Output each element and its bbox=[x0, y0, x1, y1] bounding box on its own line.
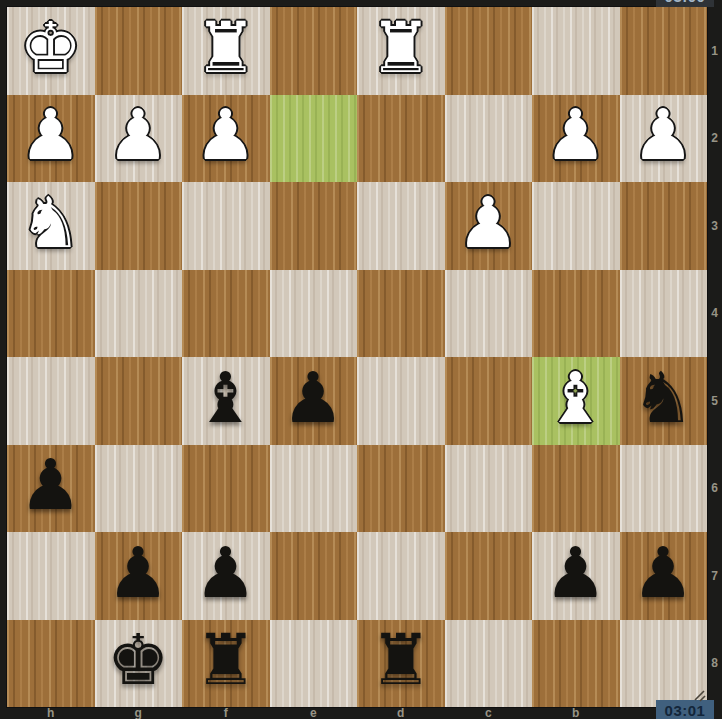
square-h6[interactable]: ♟ bbox=[7, 445, 95, 533]
square-a4[interactable] bbox=[620, 270, 708, 358]
file-label-b: b bbox=[532, 706, 620, 719]
square-g5[interactable] bbox=[95, 357, 183, 445]
square-d7[interactable] bbox=[357, 532, 445, 620]
square-b1[interactable] bbox=[532, 7, 620, 95]
square-d1[interactable]: ♜ bbox=[357, 7, 445, 95]
square-f8[interactable]: ♜ bbox=[182, 620, 270, 708]
square-a1[interactable] bbox=[620, 7, 708, 95]
square-h2[interactable]: ♟ bbox=[7, 95, 95, 183]
square-h7[interactable] bbox=[7, 532, 95, 620]
square-e1[interactable] bbox=[270, 7, 358, 95]
black-rook[interactable]: ♜ bbox=[369, 625, 432, 695]
square-b3[interactable] bbox=[532, 182, 620, 270]
white-pawn[interactable]: ♟ bbox=[194, 100, 257, 170]
black-pawn[interactable]: ♟ bbox=[194, 538, 257, 608]
file-label-c: c bbox=[445, 706, 533, 719]
square-a7[interactable]: ♟ bbox=[620, 532, 708, 620]
square-a3[interactable] bbox=[620, 182, 708, 270]
white-rook[interactable]: ♜ bbox=[194, 13, 257, 83]
square-f5[interactable]: ♝ bbox=[182, 357, 270, 445]
file-label-h: h bbox=[7, 706, 95, 719]
square-f1[interactable]: ♜ bbox=[182, 7, 270, 95]
white-rook[interactable]: ♜ bbox=[369, 13, 432, 83]
square-c2[interactable] bbox=[445, 95, 533, 183]
rank-label-3: 3 bbox=[707, 182, 722, 270]
square-g6[interactable] bbox=[95, 445, 183, 533]
square-f2[interactable]: ♟ bbox=[182, 95, 270, 183]
square-h3[interactable]: ♞ bbox=[7, 182, 95, 270]
square-h4[interactable] bbox=[7, 270, 95, 358]
square-b5[interactable]: ♝ bbox=[532, 357, 620, 445]
square-g8[interactable]: ♚ bbox=[95, 620, 183, 708]
square-b7[interactable]: ♟ bbox=[532, 532, 620, 620]
white-king[interactable]: ♚ bbox=[19, 13, 82, 83]
square-a5[interactable]: ♞ bbox=[620, 357, 708, 445]
square-e6[interactable] bbox=[270, 445, 358, 533]
square-e3[interactable] bbox=[270, 182, 358, 270]
white-knight[interactable]: ♞ bbox=[19, 188, 82, 258]
square-c6[interactable] bbox=[445, 445, 533, 533]
square-h8[interactable] bbox=[7, 620, 95, 708]
square-b6[interactable] bbox=[532, 445, 620, 533]
square-c4[interactable] bbox=[445, 270, 533, 358]
square-a2[interactable]: ♟ bbox=[620, 95, 708, 183]
white-bishop[interactable]: ♝ bbox=[544, 363, 607, 433]
file-label-d: d bbox=[357, 706, 445, 719]
rank-label-4: 4 bbox=[707, 270, 722, 358]
file-label-e: e bbox=[270, 706, 358, 719]
black-rook[interactable]: ♜ bbox=[194, 625, 257, 695]
square-f7[interactable]: ♟ bbox=[182, 532, 270, 620]
square-e8[interactable] bbox=[270, 620, 358, 708]
square-b2[interactable]: ♟ bbox=[532, 95, 620, 183]
white-pawn[interactable]: ♟ bbox=[19, 100, 82, 170]
black-pawn[interactable]: ♟ bbox=[107, 538, 170, 608]
square-c8[interactable] bbox=[445, 620, 533, 708]
square-e7[interactable] bbox=[270, 532, 358, 620]
black-pawn[interactable]: ♟ bbox=[632, 538, 695, 608]
black-king[interactable]: ♚ bbox=[107, 625, 170, 695]
black-pawn[interactable]: ♟ bbox=[544, 538, 607, 608]
square-e5[interactable]: ♟ bbox=[270, 357, 358, 445]
file-label-g: g bbox=[95, 706, 183, 719]
rank-labels: 12345678 bbox=[707, 7, 722, 707]
resize-handle-icon[interactable] bbox=[691, 687, 707, 703]
white-pawn[interactable]: ♟ bbox=[544, 100, 607, 170]
white-pawn[interactable]: ♟ bbox=[107, 100, 170, 170]
square-d3[interactable] bbox=[357, 182, 445, 270]
square-g3[interactable] bbox=[95, 182, 183, 270]
square-g2[interactable]: ♟ bbox=[95, 95, 183, 183]
square-d6[interactable] bbox=[357, 445, 445, 533]
square-c1[interactable] bbox=[445, 7, 533, 95]
chess-board[interactable]: ♚♜♜♟♟♟♟♟♞♟♝♟♝♞♟♟♟♟♟♚♜♜ bbox=[7, 7, 707, 707]
square-g4[interactable] bbox=[95, 270, 183, 358]
file-labels: hgfedcb bbox=[7, 706, 707, 719]
square-h5[interactable] bbox=[7, 357, 95, 445]
square-d5[interactable] bbox=[357, 357, 445, 445]
black-pawn[interactable]: ♟ bbox=[282, 363, 345, 433]
white-pawn[interactable]: ♟ bbox=[457, 188, 520, 258]
rank-label-2: 2 bbox=[707, 95, 722, 183]
black-knight[interactable]: ♞ bbox=[632, 363, 695, 433]
square-g7[interactable]: ♟ bbox=[95, 532, 183, 620]
square-c7[interactable] bbox=[445, 532, 533, 620]
clock-top: 03:00 bbox=[656, 0, 714, 7]
square-c3[interactable]: ♟ bbox=[445, 182, 533, 270]
square-h1[interactable]: ♚ bbox=[7, 7, 95, 95]
black-bishop[interactable]: ♝ bbox=[194, 363, 257, 433]
square-e2[interactable] bbox=[270, 95, 358, 183]
square-e4[interactable] bbox=[270, 270, 358, 358]
square-b8[interactable] bbox=[532, 620, 620, 708]
square-d8[interactable]: ♜ bbox=[357, 620, 445, 708]
rank-label-7: 7 bbox=[707, 532, 722, 620]
black-pawn[interactable]: ♟ bbox=[19, 450, 82, 520]
square-g1[interactable] bbox=[95, 7, 183, 95]
file-label-f: f bbox=[182, 706, 270, 719]
square-b4[interactable] bbox=[532, 270, 620, 358]
square-f3[interactable] bbox=[182, 182, 270, 270]
square-d4[interactable] bbox=[357, 270, 445, 358]
square-f6[interactable] bbox=[182, 445, 270, 533]
rank-label-8: 8 bbox=[707, 620, 722, 708]
rank-label-1: 1 bbox=[707, 7, 722, 95]
white-pawn[interactable]: ♟ bbox=[632, 100, 695, 170]
game-screen: { "game": "chess", "position": { "fen": … bbox=[0, 0, 722, 719]
square-c5[interactable] bbox=[445, 357, 533, 445]
rank-label-5: 5 bbox=[707, 357, 722, 445]
square-a6[interactable] bbox=[620, 445, 708, 533]
square-d2[interactable] bbox=[357, 95, 445, 183]
square-f4[interactable] bbox=[182, 270, 270, 358]
rank-label-6: 6 bbox=[707, 445, 722, 533]
